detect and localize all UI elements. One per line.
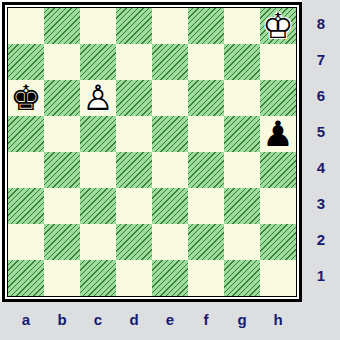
square-e8[interactable] — [152, 8, 188, 44]
square-f7[interactable] — [188, 44, 224, 80]
square-a7[interactable] — [8, 44, 44, 80]
square-h6[interactable] — [260, 80, 296, 116]
board-outer-border: ♚♔♚♟♙♟ — [2, 2, 302, 302]
square-e6[interactable] — [152, 80, 188, 116]
rank-label-5: 5 — [302, 114, 340, 150]
square-a2[interactable] — [8, 224, 44, 260]
square-g7[interactable] — [224, 44, 260, 80]
file-label-e: e — [152, 306, 188, 334]
square-a3[interactable] — [8, 188, 44, 224]
square-h7[interactable] — [260, 44, 296, 80]
square-a8[interactable] — [8, 8, 44, 44]
square-e3[interactable] — [152, 188, 188, 224]
rank-label-8: 8 — [302, 6, 340, 42]
square-a4[interactable] — [8, 152, 44, 188]
file-label-a: a — [8, 306, 44, 334]
square-b8[interactable] — [44, 8, 80, 44]
square-d1[interactable] — [116, 260, 152, 296]
square-b3[interactable] — [44, 188, 80, 224]
file-label-d: d — [116, 306, 152, 334]
square-d5[interactable] — [116, 116, 152, 152]
rank-labels: 87654321 — [302, 6, 340, 294]
square-d8[interactable] — [116, 8, 152, 44]
square-g6[interactable] — [224, 80, 260, 116]
square-d3[interactable] — [116, 188, 152, 224]
square-d4[interactable] — [116, 152, 152, 188]
file-label-b: b — [44, 306, 80, 334]
square-h5[interactable]: ♟ — [260, 116, 296, 152]
square-g4[interactable] — [224, 152, 260, 188]
square-f8[interactable] — [188, 8, 224, 44]
black-pawn-glyph: ♟ — [262, 116, 293, 152]
square-h2[interactable] — [260, 224, 296, 260]
rank-label-2: 2 — [302, 222, 340, 258]
square-f4[interactable] — [188, 152, 224, 188]
square-d2[interactable] — [116, 224, 152, 260]
square-h4[interactable] — [260, 152, 296, 188]
square-a1[interactable] — [8, 260, 44, 296]
square-e7[interactable] — [152, 44, 188, 80]
square-g8[interactable] — [224, 8, 260, 44]
square-a6[interactable]: ♚ — [8, 80, 44, 116]
square-c7[interactable] — [80, 44, 116, 80]
square-g1[interactable] — [224, 260, 260, 296]
square-b4[interactable] — [44, 152, 80, 188]
square-d7[interactable] — [116, 44, 152, 80]
square-b6[interactable] — [44, 80, 80, 116]
rank-label-1: 1 — [302, 258, 340, 294]
square-d6[interactable] — [116, 80, 152, 116]
white-king[interactable]: ♚♔ — [260, 8, 296, 44]
board-grid: ♚♔♚♟♙♟ — [8, 8, 296, 296]
square-c5[interactable] — [80, 116, 116, 152]
square-e2[interactable] — [152, 224, 188, 260]
square-a5[interactable] — [8, 116, 44, 152]
square-f3[interactable] — [188, 188, 224, 224]
square-c3[interactable] — [80, 188, 116, 224]
black-pawn[interactable]: ♟ — [260, 116, 296, 152]
rank-label-4: 4 — [302, 150, 340, 186]
square-h8[interactable]: ♚♔ — [260, 8, 296, 44]
file-label-f: f — [188, 306, 224, 334]
square-c1[interactable] — [80, 260, 116, 296]
rank-label-7: 7 — [302, 42, 340, 78]
rank-label-6: 6 — [302, 78, 340, 114]
square-b2[interactable] — [44, 224, 80, 260]
square-e5[interactable] — [152, 116, 188, 152]
file-label-g: g — [224, 306, 260, 334]
square-e1[interactable] — [152, 260, 188, 296]
white-pawn-glyph: ♙ — [82, 80, 113, 116]
file-labels: abcdefgh — [8, 306, 296, 334]
black-king-glyph: ♚ — [10, 80, 41, 116]
board-inner-border: ♚♔♚♟♙♟ — [7, 7, 297, 297]
square-c4[interactable] — [80, 152, 116, 188]
board-frame-gap: ♚♔♚♟♙♟ — [5, 5, 299, 299]
file-label-h: h — [260, 306, 296, 334]
file-label-c: c — [80, 306, 116, 334]
square-g2[interactable] — [224, 224, 260, 260]
square-f6[interactable] — [188, 80, 224, 116]
square-b7[interactable] — [44, 44, 80, 80]
square-g5[interactable] — [224, 116, 260, 152]
square-c6[interactable]: ♟♙ — [80, 80, 116, 116]
square-b5[interactable] — [44, 116, 80, 152]
square-e4[interactable] — [152, 152, 188, 188]
white-pawn[interactable]: ♟♙ — [80, 80, 116, 116]
square-c8[interactable] — [80, 8, 116, 44]
square-b1[interactable] — [44, 260, 80, 296]
square-f5[interactable] — [188, 116, 224, 152]
chess-board: ♚♔♚♟♙♟ — [0, 0, 302, 302]
square-h3[interactable] — [260, 188, 296, 224]
square-c2[interactable] — [80, 224, 116, 260]
square-f2[interactable] — [188, 224, 224, 260]
white-king-glyph: ♔ — [262, 8, 293, 44]
square-g3[interactable] — [224, 188, 260, 224]
black-king[interactable]: ♚ — [8, 80, 44, 116]
rank-label-3: 3 — [302, 186, 340, 222]
square-f1[interactable] — [188, 260, 224, 296]
square-h1[interactable] — [260, 260, 296, 296]
